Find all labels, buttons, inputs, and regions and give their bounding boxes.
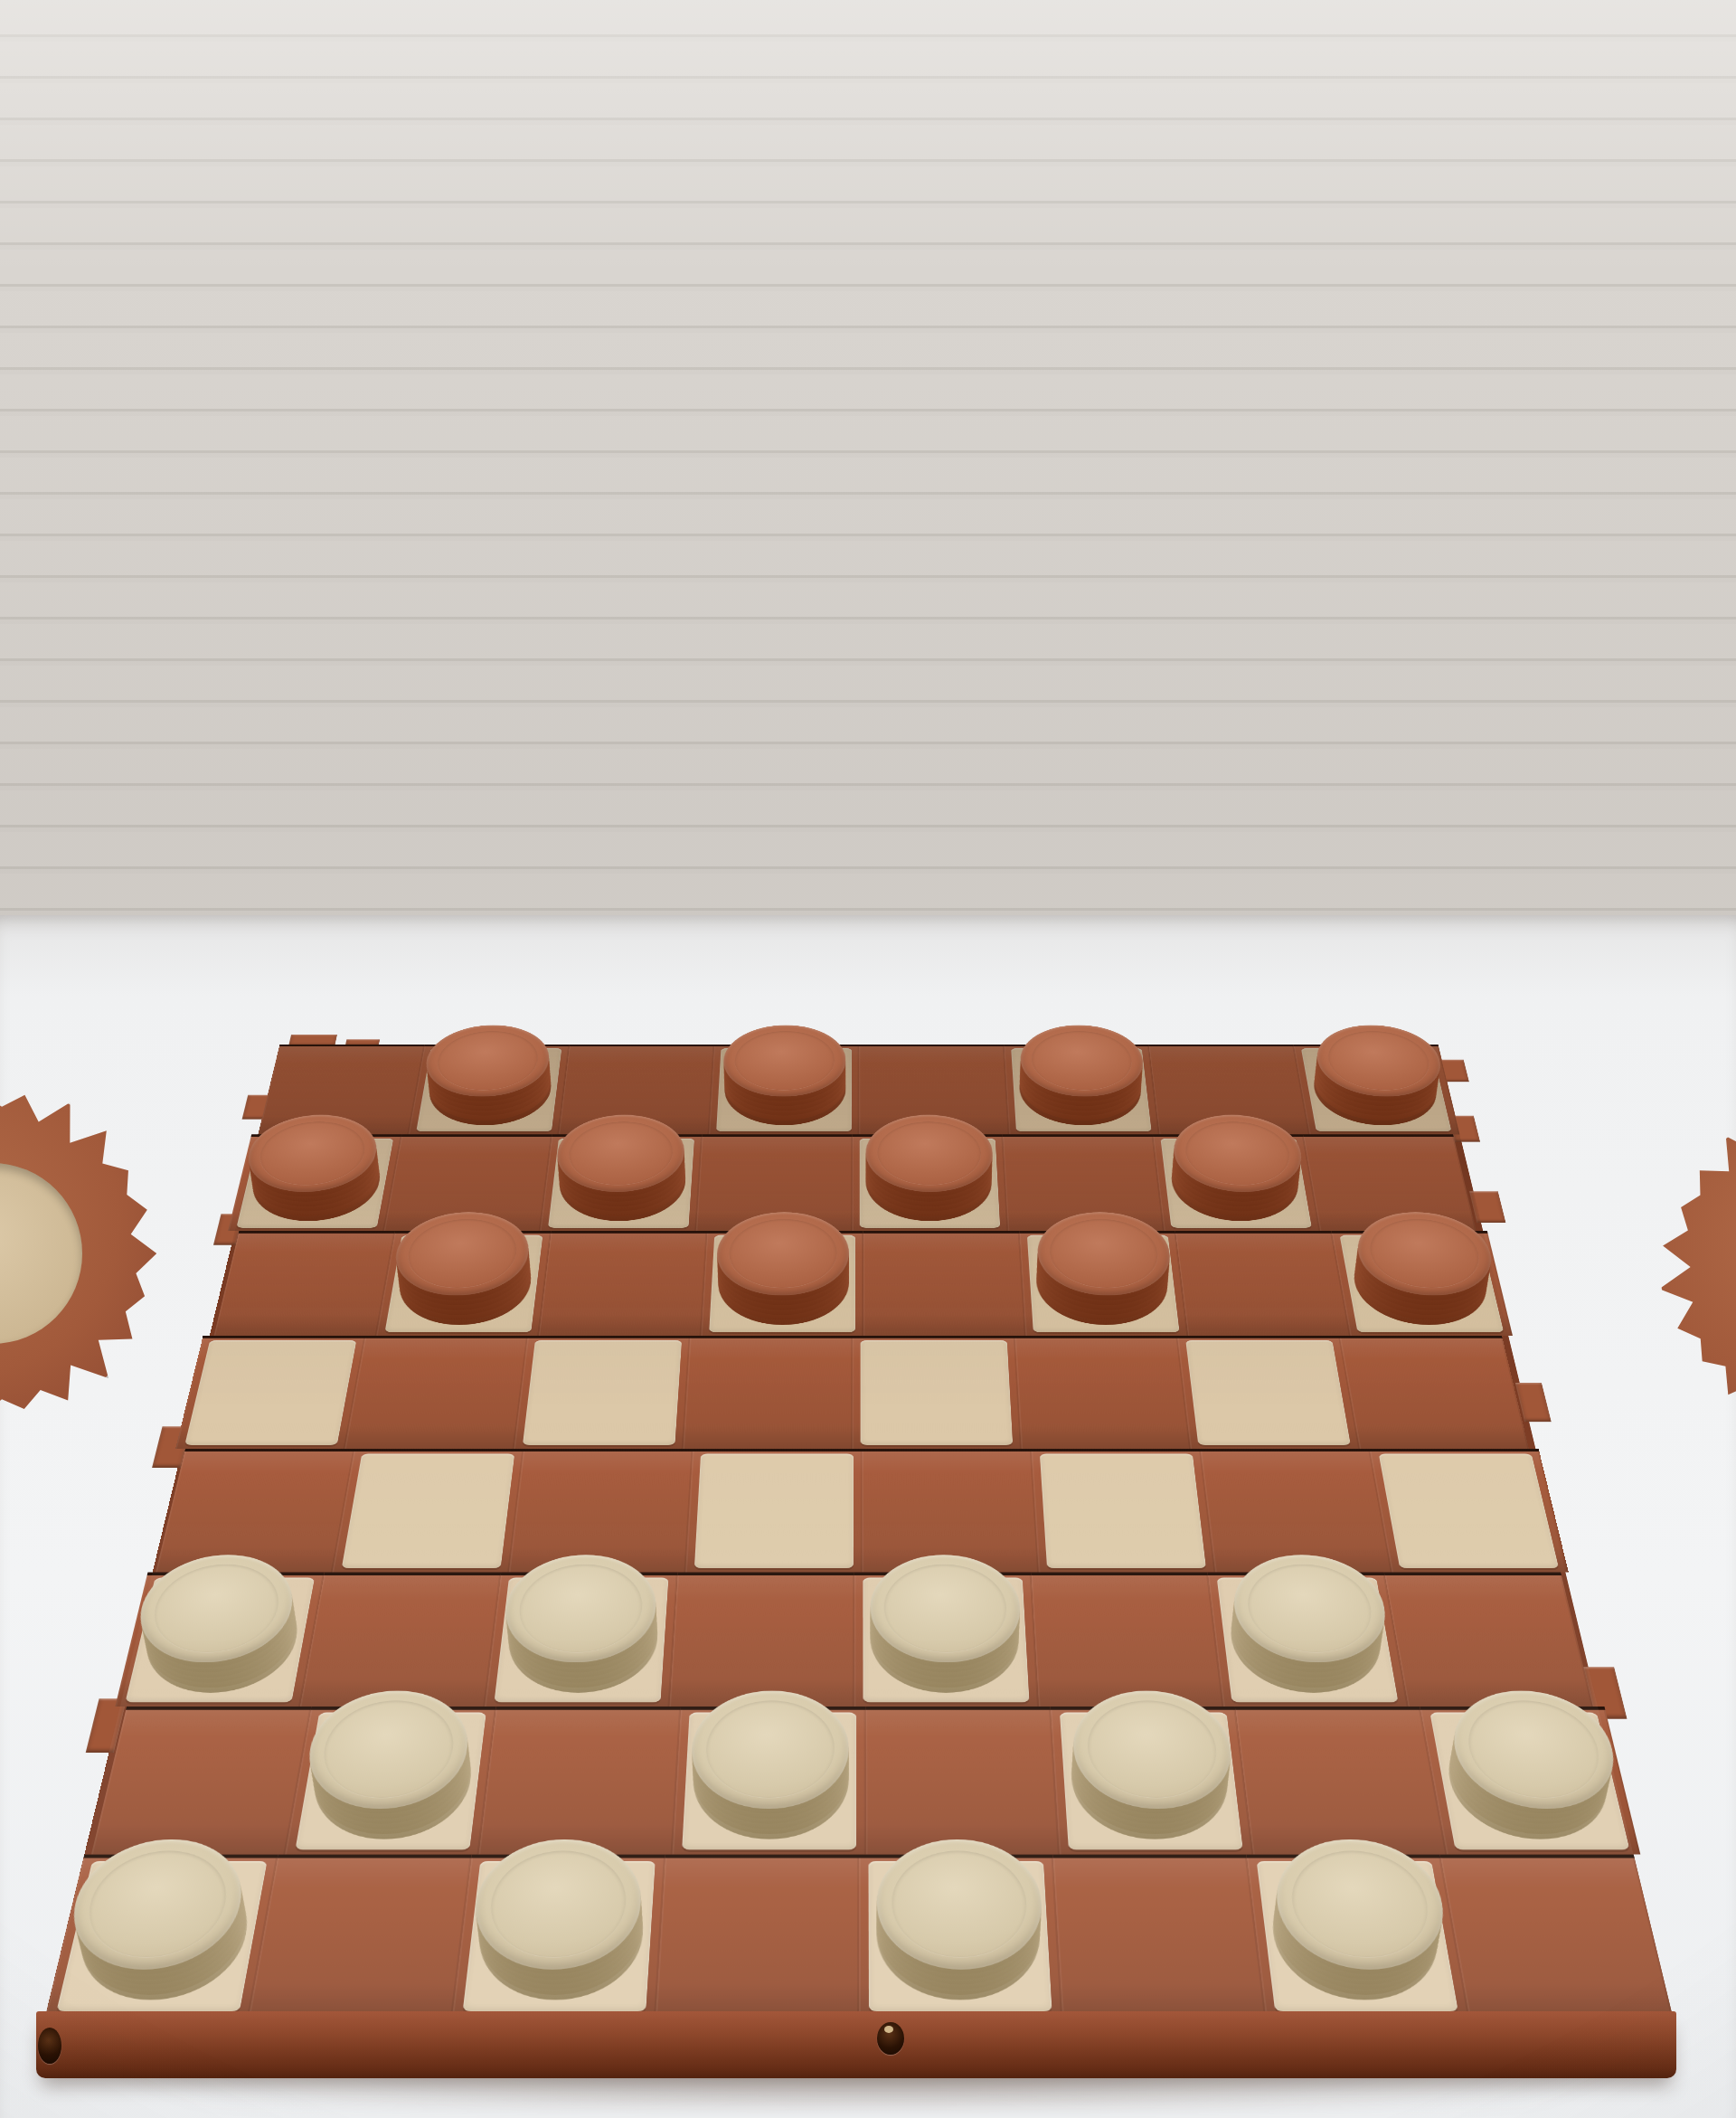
square-c5[interactable]	[514, 1336, 690, 1449]
light-square-tile	[342, 1453, 514, 1567]
square-h5[interactable]	[1339, 1336, 1528, 1449]
cream-checker[interactable]	[305, 1721, 477, 1839]
brown-checker[interactable]	[244, 1144, 386, 1222]
square-a3[interactable]	[115, 1572, 324, 1707]
cream-checker[interactable]	[1225, 1585, 1390, 1693]
square-h4[interactable]	[1370, 1449, 1569, 1572]
square-b2[interactable]	[285, 1707, 496, 1854]
square-g2[interactable]	[1235, 1707, 1447, 1854]
square-f3[interactable]	[1031, 1572, 1223, 1707]
square-e6[interactable]	[863, 1231, 1026, 1336]
cardboard-wall	[0, 0, 1736, 915]
square-e5[interactable]	[853, 1336, 1022, 1449]
square-d8[interactable]	[709, 1045, 859, 1134]
cream-checker[interactable]	[1068, 1721, 1234, 1839]
cream-checker[interactable]	[135, 1585, 306, 1693]
checker-top-face	[866, 1115, 995, 1192]
square-e7[interactable]	[852, 1134, 1008, 1231]
cream-checker[interactable]	[876, 1870, 1043, 2000]
square-h8[interactable]	[1293, 1045, 1459, 1134]
square-b1[interactable]	[249, 1854, 472, 2017]
square-g3[interactable]	[1207, 1572, 1408, 1707]
light-square-tile	[523, 1340, 682, 1445]
square-b8[interactable]	[409, 1045, 570, 1134]
brown-checker[interactable]	[1308, 1054, 1445, 1125]
brown-checker[interactable]	[1017, 1054, 1145, 1125]
brown-checker[interactable]	[1033, 1241, 1172, 1325]
screw-hole	[38, 2028, 61, 2064]
cream-checker[interactable]	[1266, 1870, 1448, 2000]
square-b4[interactable]	[333, 1449, 524, 1572]
cream-checker[interactable]	[503, 1585, 661, 1693]
square-a1[interactable]	[45, 1854, 278, 2017]
square-g6[interactable]	[1175, 1231, 1351, 1336]
square-g4[interactable]	[1201, 1449, 1392, 1572]
square-f8[interactable]	[1004, 1045, 1159, 1134]
square-h2[interactable]	[1420, 1707, 1640, 1854]
light-square-tile	[1040, 1453, 1206, 1567]
cream-checker[interactable]	[1439, 1721, 1619, 1839]
square-f5[interactable]	[1014, 1336, 1190, 1449]
square-g1[interactable]	[1246, 1854, 1469, 2017]
square-g7[interactable]	[1153, 1134, 1320, 1231]
cream-checker[interactable]	[68, 1870, 258, 2000]
square-a2[interactable]	[91, 1707, 311, 1854]
square-f4[interactable]	[1031, 1449, 1215, 1572]
cream-checker[interactable]	[472, 1870, 646, 2000]
square-e2[interactable]	[865, 1707, 1060, 1854]
light-square-tile	[694, 1453, 854, 1567]
square-h3[interactable]	[1384, 1572, 1593, 1707]
light-square-tile	[184, 1340, 356, 1445]
brown-checker[interactable]	[423, 1054, 555, 1125]
brown-checker[interactable]	[716, 1241, 849, 1325]
square-b5[interactable]	[344, 1336, 528, 1449]
square-c4[interactable]	[509, 1449, 693, 1572]
brown-checker[interactable]	[722, 1054, 845, 1125]
light-square-tile	[1185, 1340, 1351, 1445]
square-h6[interactable]	[1331, 1231, 1513, 1336]
light-square-tile	[861, 1340, 1014, 1445]
square-g5[interactable]	[1177, 1336, 1360, 1449]
square-c2[interactable]	[478, 1707, 681, 1854]
light-square-tile	[1379, 1453, 1559, 1567]
brown-checker[interactable]	[866, 1144, 994, 1222]
square-e4[interactable]	[862, 1449, 1038, 1572]
disc-center-inlay	[0, 1163, 82, 1345]
brown-checker[interactable]	[1167, 1144, 1305, 1222]
square-d6[interactable]	[701, 1231, 863, 1336]
square-e1[interactable]	[859, 1854, 1062, 2017]
square-a4[interactable]	[156, 1449, 354, 1572]
square-d2[interactable]	[672, 1707, 865, 1854]
square-b6[interactable]	[376, 1231, 551, 1336]
brown-checker[interactable]	[392, 1241, 535, 1325]
square-d5[interactable]	[683, 1336, 852, 1449]
checker-top-face	[689, 1690, 849, 1809]
screw-hole	[877, 2022, 904, 2055]
square-c1[interactable]	[452, 1854, 665, 2017]
square-h1[interactable]	[1439, 1854, 1673, 2017]
square-f2[interactable]	[1051, 1707, 1253, 1854]
square-c6[interactable]	[539, 1231, 707, 1336]
board-front-edge	[36, 2011, 1676, 2078]
checker-top-face	[715, 1212, 849, 1295]
cream-checker[interactable]	[870, 1585, 1021, 1693]
square-e3[interactable]	[854, 1572, 1039, 1707]
checker-top-face	[722, 1025, 845, 1096]
square-c3[interactable]	[485, 1572, 678, 1707]
square-d1[interactable]	[656, 1854, 859, 2017]
brown-checker[interactable]	[555, 1144, 688, 1222]
brown-checker[interactable]	[1347, 1241, 1495, 1325]
brass-insert-glint	[884, 2026, 893, 2033]
square-c7[interactable]	[540, 1134, 702, 1231]
square-f6[interactable]	[1019, 1231, 1188, 1336]
square-b3[interactable]	[300, 1572, 502, 1707]
square-d4[interactable]	[685, 1449, 862, 1572]
checkers-board	[45, 1045, 1673, 2017]
cream-checker[interactable]	[691, 1721, 849, 1839]
square-a5[interactable]	[175, 1336, 365, 1449]
square-f1[interactable]	[1052, 1854, 1266, 2017]
square-d3[interactable]	[669, 1572, 854, 1707]
square-a6[interactable]	[214, 1231, 395, 1336]
square-a7[interactable]	[228, 1134, 401, 1231]
